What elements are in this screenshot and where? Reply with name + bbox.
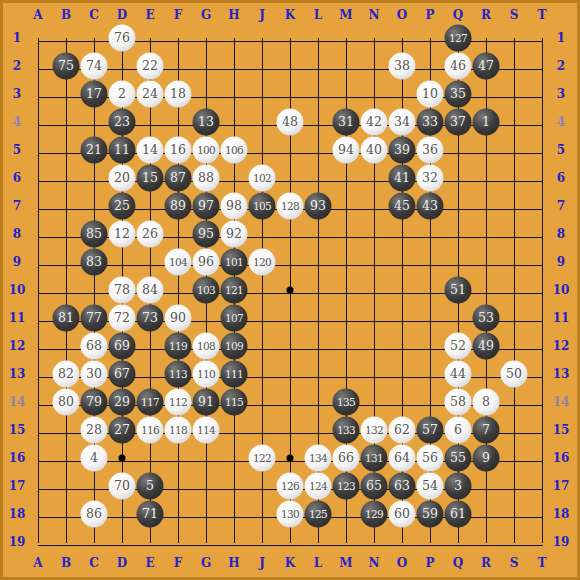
stone-white-M5-move-94: 94 <box>333 137 360 164</box>
stone-white-M16-move-66: 66 <box>333 445 360 472</box>
stone-white-N15-move-132: 132 <box>361 417 388 444</box>
coord-label-row-14-right: 14 <box>553 395 570 409</box>
stone-white-S13-move-50: 50 <box>501 361 528 388</box>
grid-line-col-S <box>514 38 515 543</box>
stone-black-G8-move-95: 95 <box>193 221 220 248</box>
stone-black-E14-move-117: 117 <box>137 389 164 416</box>
stone-white-O4-move-34: 34 <box>389 109 416 136</box>
stone-white-B14-move-80: 80 <box>53 389 80 416</box>
coord-label-row-3-right: 3 <box>557 87 565 101</box>
stone-black-L18-move-125: 125 <box>305 501 332 528</box>
stone-black-B2-move-75: 75 <box>53 53 80 80</box>
stone-white-G12-move-108: 108 <box>193 333 220 360</box>
stone-black-H14-move-115: 115 <box>221 389 248 416</box>
stone-black-D14-move-29: 29 <box>109 389 136 416</box>
stone-white-C2-move-74: 74 <box>81 53 108 80</box>
coord-label-row-19-right: 19 <box>553 535 570 549</box>
stone-white-G13-move-110: 110 <box>193 361 220 388</box>
stone-black-M4-move-31: 31 <box>333 109 360 136</box>
coord-label-row-13-right: 13 <box>553 367 570 381</box>
coord-label-col-L-bottom: L <box>314 556 322 570</box>
coord-label-col-C-top: C <box>89 8 99 22</box>
stone-white-E5-move-14: 14 <box>137 137 164 164</box>
coord-label-col-P-top: P <box>425 8 434 22</box>
stone-black-R11-move-53: 53 <box>473 305 500 332</box>
stone-black-P7-move-43: 43 <box>417 193 444 220</box>
stone-black-H11-move-107: 107 <box>221 305 248 332</box>
coord-label-col-F-top: F <box>174 8 183 22</box>
coord-label-row-5-left: 5 <box>13 143 21 157</box>
coord-label-row-2-left: 2 <box>13 59 21 73</box>
coord-label-col-S-top: S <box>510 8 519 22</box>
coord-label-col-F-bottom: F <box>174 556 183 570</box>
coord-label-col-B-bottom: B <box>61 556 71 570</box>
coord-label-col-P-bottom: P <box>425 556 434 570</box>
coord-label-row-8-left: 8 <box>13 227 21 241</box>
coord-label-col-J-top: J <box>259 8 265 22</box>
coord-label-row-18-left: 18 <box>9 507 26 521</box>
coord-label-row-16-left: 16 <box>9 451 26 465</box>
coord-label-row-3-left: 3 <box>13 87 21 101</box>
coord-label-row-10-right: 10 <box>553 283 570 297</box>
stone-black-E18-move-71: 71 <box>137 501 164 528</box>
stone-white-D1-move-76: 76 <box>109 25 136 52</box>
stone-black-D13-move-67: 67 <box>109 361 136 388</box>
stone-white-Q12-move-52: 52 <box>445 333 472 360</box>
stone-black-P4-move-33: 33 <box>417 109 444 136</box>
stone-black-N18-move-129: 129 <box>361 501 388 528</box>
stone-white-F3-move-18: 18 <box>165 81 192 108</box>
stone-white-L17-move-124: 124 <box>305 473 332 500</box>
stone-black-D15-move-27: 27 <box>109 417 136 444</box>
coord-label-row-15-right: 15 <box>553 423 570 437</box>
stone-black-D7-move-25: 25 <box>109 193 136 220</box>
stone-black-G14-move-91: 91 <box>193 389 220 416</box>
stone-black-C9-move-83: 83 <box>81 249 108 276</box>
stone-white-E3-move-24: 24 <box>137 81 164 108</box>
coord-label-col-M-top: M <box>339 8 352 22</box>
stone-black-R4-move-1: 1 <box>473 109 500 136</box>
coord-label-col-G-top: G <box>201 8 211 22</box>
stone-black-E6-move-15: 15 <box>137 165 164 192</box>
stone-white-R14-move-8: 8 <box>473 389 500 416</box>
stone-white-P6-move-32: 32 <box>417 165 444 192</box>
stone-white-G6-move-88: 88 <box>193 165 220 192</box>
grid-line-col-B <box>66 38 67 543</box>
stone-black-Q4-move-37: 37 <box>445 109 472 136</box>
stone-white-G9-move-96: 96 <box>193 249 220 276</box>
stone-black-C5-move-21: 21 <box>81 137 108 164</box>
stone-white-H5-move-106: 106 <box>221 137 248 164</box>
coord-label-col-A-bottom: A <box>33 556 42 570</box>
stone-white-C15-move-28: 28 <box>81 417 108 444</box>
stone-white-C16-move-4: 4 <box>81 445 108 472</box>
stone-black-E17-move-5: 5 <box>137 473 164 500</box>
stone-white-J6-move-102: 102 <box>249 165 276 192</box>
coord-label-col-G-bottom: G <box>201 556 211 570</box>
coord-label-col-J-bottom: J <box>259 556 265 570</box>
stone-black-H12-move-109: 109 <box>221 333 248 360</box>
coord-label-col-E-top: E <box>145 8 154 22</box>
stone-white-P17-move-54: 54 <box>417 473 444 500</box>
stone-black-L7-move-93: 93 <box>305 193 332 220</box>
stone-black-O6-move-41: 41 <box>389 165 416 192</box>
coord-label-row-10-left: 10 <box>9 283 26 297</box>
coord-label-col-D-bottom: D <box>117 556 127 570</box>
stone-white-H8-move-92: 92 <box>221 221 248 248</box>
stone-white-P5-move-36: 36 <box>417 137 444 164</box>
coord-label-row-18-right: 18 <box>553 507 570 521</box>
stone-black-G7-move-97: 97 <box>193 193 220 220</box>
coord-label-row-17-left: 17 <box>9 479 26 493</box>
stone-black-G10-move-103: 103 <box>193 277 220 304</box>
stone-black-C11-move-77: 77 <box>81 305 108 332</box>
stone-white-K7-move-128: 128 <box>277 193 304 220</box>
stone-white-K17-move-126: 126 <box>277 473 304 500</box>
stone-black-E11-move-73: 73 <box>137 305 164 332</box>
stone-black-Q3-move-35: 35 <box>445 81 472 108</box>
stone-black-R2-move-47: 47 <box>473 53 500 80</box>
coord-label-row-4-right: 4 <box>557 115 565 129</box>
stone-white-N4-move-42: 42 <box>361 109 388 136</box>
stone-white-L16-move-134: 134 <box>305 445 332 472</box>
coord-label-row-11-left: 11 <box>9 311 26 325</box>
coord-label-row-7-right: 7 <box>557 199 565 213</box>
stone-white-F5-move-16: 16 <box>165 137 192 164</box>
stone-white-F14-move-112: 112 <box>165 389 192 416</box>
stone-white-Q15-move-6: 6 <box>445 417 472 444</box>
coord-label-col-E-bottom: E <box>145 556 154 570</box>
stone-white-P16-move-56: 56 <box>417 445 444 472</box>
coord-label-row-1-right: 1 <box>557 31 565 45</box>
stone-black-D4-move-23: 23 <box>109 109 136 136</box>
stone-black-J7-move-105: 105 <box>249 193 276 220</box>
coord-label-row-9-left: 9 <box>13 255 21 269</box>
coord-label-col-K-top: K <box>285 8 295 22</box>
coord-label-col-T-bottom: T <box>538 556 547 570</box>
stone-white-G15-move-114: 114 <box>193 417 220 444</box>
stone-white-P3-move-10: 10 <box>417 81 444 108</box>
coord-label-col-O-top: O <box>397 8 407 22</box>
stone-white-J16-move-122: 122 <box>249 445 276 472</box>
stone-black-O17-move-63: 63 <box>389 473 416 500</box>
stone-white-C12-move-68: 68 <box>81 333 108 360</box>
coord-label-col-K-bottom: K <box>285 556 295 570</box>
coord-label-row-12-left: 12 <box>9 339 26 353</box>
stone-black-B11-move-81: 81 <box>53 305 80 332</box>
stone-black-C14-move-79: 79 <box>81 389 108 416</box>
coord-label-row-1-left: 1 <box>13 31 21 45</box>
coord-label-row-4-left: 4 <box>13 115 21 129</box>
stone-white-D11-move-72: 72 <box>109 305 136 332</box>
star-point-K10 <box>287 287 294 294</box>
coord-label-row-6-right: 6 <box>557 171 565 185</box>
stone-black-O7-move-45: 45 <box>389 193 416 220</box>
stone-black-Q16-move-55: 55 <box>445 445 472 472</box>
stone-white-F9-move-104: 104 <box>165 249 192 276</box>
coord-label-row-13-left: 13 <box>9 367 26 381</box>
stone-black-R15-move-7: 7 <box>473 417 500 444</box>
coord-label-row-8-right: 8 <box>557 227 565 241</box>
stone-white-K4-move-48: 48 <box>277 109 304 136</box>
stone-black-H13-move-111: 111 <box>221 361 248 388</box>
stone-black-F6-move-87: 87 <box>165 165 192 192</box>
stone-black-F7-move-89: 89 <box>165 193 192 220</box>
go-board[interactable]: AABBCCDDEEFFGGHHJJKKLLMMNNOOPPQQRRSSTT11… <box>0 0 580 580</box>
coord-label-row-14-left: 14 <box>9 395 26 409</box>
grid-line-col-A <box>38 38 39 543</box>
stone-white-O16-move-64: 64 <box>389 445 416 472</box>
stone-white-D6-move-20: 20 <box>109 165 136 192</box>
stone-white-O2-move-38: 38 <box>389 53 416 80</box>
stone-black-C8-move-85: 85 <box>81 221 108 248</box>
stone-white-C18-move-86: 86 <box>81 501 108 528</box>
stone-white-Q2-move-46: 46 <box>445 53 472 80</box>
stone-black-Q10-move-51: 51 <box>445 277 472 304</box>
stone-white-Q14-move-58: 58 <box>445 389 472 416</box>
coord-label-row-7-left: 7 <box>13 199 21 213</box>
coord-label-col-H-top: H <box>228 8 239 22</box>
coord-label-row-2-right: 2 <box>557 59 565 73</box>
stone-black-R12-move-49: 49 <box>473 333 500 360</box>
coord-label-row-17-right: 17 <box>553 479 570 493</box>
coord-label-row-11-right: 11 <box>553 311 570 325</box>
stone-black-Q17-move-3: 3 <box>445 473 472 500</box>
stone-black-F13-move-113: 113 <box>165 361 192 388</box>
coord-label-row-16-right: 16 <box>553 451 570 465</box>
stone-white-F11-move-90: 90 <box>165 305 192 332</box>
stone-black-O5-move-39: 39 <box>389 137 416 164</box>
stone-white-G5-move-100: 100 <box>193 137 220 164</box>
coord-label-col-D-top: D <box>117 8 127 22</box>
stone-black-H10-move-121: 121 <box>221 277 248 304</box>
stone-black-N17-move-65: 65 <box>361 473 388 500</box>
coord-label-col-Q-top: Q <box>453 8 463 22</box>
stone-black-D5-move-11: 11 <box>109 137 136 164</box>
stone-black-C3-move-17: 17 <box>81 81 108 108</box>
stone-black-H9-move-101: 101 <box>221 249 248 276</box>
stone-white-F15-move-118: 118 <box>165 417 192 444</box>
coord-label-col-S-bottom: S <box>510 556 519 570</box>
stone-black-M15-move-133: 133 <box>333 417 360 444</box>
stone-black-R16-move-9: 9 <box>473 445 500 472</box>
coord-label-col-T-top: T <box>538 8 547 22</box>
coord-label-col-A-top: A <box>33 8 42 22</box>
coord-label-col-B-top: B <box>61 8 71 22</box>
coord-label-col-C-bottom: C <box>89 556 99 570</box>
grid-line-col-T <box>542 38 543 543</box>
stone-black-N16-move-131: 131 <box>361 445 388 472</box>
coord-label-row-12-right: 12 <box>553 339 570 353</box>
stone-black-P15-move-57: 57 <box>417 417 444 444</box>
star-point-D16 <box>119 455 126 462</box>
stone-white-D8-move-12: 12 <box>109 221 136 248</box>
coord-label-row-5-right: 5 <box>557 143 565 157</box>
stone-white-H7-move-98: 98 <box>221 193 248 220</box>
coord-label-row-9-right: 9 <box>557 255 565 269</box>
stone-white-C13-move-30: 30 <box>81 361 108 388</box>
stone-black-M14-move-135: 135 <box>333 389 360 416</box>
stone-white-D10-move-78: 78 <box>109 277 136 304</box>
coord-label-row-19-left: 19 <box>9 535 26 549</box>
grid-line-row-19 <box>38 545 543 546</box>
stone-black-Q1-move-127: 127 <box>445 25 472 52</box>
stone-white-O18-move-60: 60 <box>389 501 416 528</box>
coord-label-col-N-top: N <box>369 8 380 22</box>
stone-white-Q13-move-44: 44 <box>445 361 472 388</box>
stone-white-K18-move-130: 130 <box>277 501 304 528</box>
coord-label-col-N-bottom: N <box>369 556 380 570</box>
stone-white-D3-move-2: 2 <box>109 81 136 108</box>
coord-label-col-H-bottom: H <box>228 556 239 570</box>
coord-label-col-R-top: R <box>481 8 491 22</box>
coord-label-col-M-bottom: M <box>339 556 352 570</box>
stone-white-E15-move-116: 116 <box>137 417 164 444</box>
stone-black-M17-move-123: 123 <box>333 473 360 500</box>
coord-label-row-6-left: 6 <box>13 171 21 185</box>
coord-label-col-L-top: L <box>314 8 322 22</box>
star-point-K16 <box>287 455 294 462</box>
grid-line-col-F <box>178 38 179 543</box>
coord-label-row-15-left: 15 <box>9 423 26 437</box>
stone-white-E10-move-84: 84 <box>137 277 164 304</box>
stone-white-O15-move-62: 62 <box>389 417 416 444</box>
coord-label-col-Q-bottom: Q <box>453 556 463 570</box>
stone-black-Q18-move-61: 61 <box>445 501 472 528</box>
stone-white-J9-move-120: 120 <box>249 249 276 276</box>
stone-black-P18-move-59: 59 <box>417 501 444 528</box>
stone-white-N5-move-40: 40 <box>361 137 388 164</box>
coord-label-col-O-bottom: O <box>397 556 407 570</box>
coord-label-col-R-bottom: R <box>481 556 491 570</box>
stone-white-D17-move-70: 70 <box>109 473 136 500</box>
stone-white-E2-move-22: 22 <box>137 53 164 80</box>
stone-black-D12-move-69: 69 <box>109 333 136 360</box>
stone-black-G4-move-13: 13 <box>193 109 220 136</box>
stone-white-B13-move-82: 82 <box>53 361 80 388</box>
stone-white-E8-move-26: 26 <box>137 221 164 248</box>
stone-black-F12-move-119: 119 <box>165 333 192 360</box>
